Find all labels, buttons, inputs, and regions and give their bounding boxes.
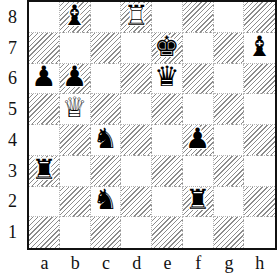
square-d4[interactable] — [121, 125, 152, 156]
black-pawn-icon: ♟ — [31, 64, 56, 92]
rank-label-2: 2 — [0, 187, 25, 218]
square-b4[interactable] — [60, 125, 91, 156]
square-a4[interactable] — [29, 125, 60, 156]
file-labels: abcdefgh — [29, 250, 275, 277]
black-queen-e6[interactable]: ♛♛ — [152, 64, 182, 94]
square-a8[interactable] — [29, 2, 60, 33]
square-c5[interactable] — [91, 94, 122, 125]
black-pawn-f4[interactable]: ♟♟ — [183, 125, 213, 155]
black-knight-icon: ♞ — [93, 125, 118, 153]
black-bishop-icon: ♝ — [247, 33, 272, 61]
square-b1[interactable] — [60, 217, 91, 248]
file-label-f: f — [183, 250, 214, 277]
black-rook-f2[interactable]: ♜♜ — [183, 187, 213, 217]
square-g1[interactable] — [214, 217, 245, 248]
square-f8[interactable] — [183, 2, 214, 33]
chess-board: ♝♝♜♖♚♚♝♝♟♟♟♟♛♛♛♕♞♞♟♟♜♜♞♞♜♜ — [27, 0, 277, 250]
file-label-b: b — [60, 250, 91, 277]
square-d3[interactable] — [121, 156, 152, 187]
board-squares: ♝♝♜♖♚♚♝♝♟♟♟♟♛♛♛♕♞♞♟♟♜♜♞♞♜♜ — [29, 2, 275, 248]
file-label-h: h — [244, 250, 275, 277]
square-c6[interactable] — [91, 64, 122, 95]
square-b6[interactable]: ♟♟ — [60, 64, 91, 95]
square-d2[interactable] — [121, 187, 152, 218]
square-g3[interactable] — [214, 156, 245, 187]
black-bishop-h7[interactable]: ♝♝ — [244, 33, 275, 63]
black-king-icon: ♚ — [154, 33, 179, 61]
square-e5[interactable] — [152, 94, 183, 125]
file-label-g: g — [214, 250, 245, 277]
white-queen-icon: ♕ — [62, 94, 87, 122]
square-a5[interactable] — [29, 94, 60, 125]
square-g7[interactable] — [214, 33, 245, 64]
white-rook-icon: ♖ — [124, 2, 149, 30]
square-f3[interactable] — [183, 156, 214, 187]
square-c1[interactable] — [91, 217, 122, 248]
square-f7[interactable] — [183, 33, 214, 64]
square-d7[interactable] — [121, 33, 152, 64]
square-d5[interactable] — [121, 94, 152, 125]
black-knight-c4[interactable]: ♞♞ — [91, 125, 121, 155]
square-c4[interactable]: ♞♞ — [91, 125, 122, 156]
square-a7[interactable] — [29, 33, 60, 64]
square-f1[interactable] — [183, 217, 214, 248]
square-h5[interactable] — [244, 94, 275, 125]
square-e3[interactable] — [152, 156, 183, 187]
rank-labels: 87654321 — [0, 2, 25, 248]
square-g2[interactable] — [214, 187, 245, 218]
square-h3[interactable] — [244, 156, 275, 187]
square-c7[interactable] — [91, 33, 122, 64]
file-label-e: e — [152, 250, 183, 277]
square-c2[interactable]: ♞♞ — [91, 187, 122, 218]
rank-label-6: 6 — [0, 64, 25, 95]
chess-diagram: 87654321 ♝♝♜♖♚♚♝♝♟♟♟♟♛♛♛♕♞♞♟♟♜♜♞♞♜♜ abcd… — [0, 0, 279, 279]
square-f5[interactable] — [183, 94, 214, 125]
square-f2[interactable]: ♜♜ — [183, 187, 214, 218]
square-e4[interactable] — [152, 125, 183, 156]
black-knight-c2[interactable]: ♞♞ — [91, 187, 121, 217]
square-a6[interactable]: ♟♟ — [29, 64, 60, 95]
square-a1[interactable] — [29, 217, 60, 248]
black-pawn-a6[interactable]: ♟♟ — [29, 64, 59, 94]
square-e2[interactable] — [152, 187, 183, 218]
square-c8[interactable] — [91, 2, 122, 33]
square-c3[interactable] — [91, 156, 122, 187]
square-g8[interactable] — [214, 2, 245, 33]
square-g5[interactable] — [214, 94, 245, 125]
square-e1[interactable] — [152, 217, 183, 248]
file-label-c: c — [91, 250, 122, 277]
black-pawn-b6[interactable]: ♟♟ — [60, 64, 90, 94]
square-e8[interactable] — [152, 2, 183, 33]
square-b8[interactable]: ♝♝ — [60, 2, 91, 33]
rank-label-7: 7 — [0, 33, 25, 64]
black-knight-icon: ♞ — [93, 187, 118, 215]
black-pawn-icon: ♟ — [62, 64, 87, 92]
file-label-a: a — [29, 250, 60, 277]
square-d1[interactable] — [121, 217, 152, 248]
square-h8[interactable] — [244, 2, 275, 33]
black-pawn-icon: ♟ — [185, 125, 210, 153]
square-d6[interactable] — [121, 64, 152, 95]
square-h1[interactable] — [244, 217, 275, 248]
square-g4[interactable] — [214, 125, 245, 156]
square-b3[interactable] — [60, 156, 91, 187]
rank-label-3: 3 — [0, 156, 25, 187]
white-queen-b5[interactable]: ♛♕ — [60, 94, 90, 124]
square-d8[interactable]: ♜♖ — [121, 2, 152, 33]
square-a2[interactable] — [29, 187, 60, 218]
square-a3[interactable]: ♜♜ — [29, 156, 60, 187]
square-b5[interactable]: ♛♕ — [60, 94, 91, 125]
black-rook-icon: ♜ — [185, 187, 210, 215]
square-b2[interactable] — [60, 187, 91, 218]
square-h2[interactable] — [244, 187, 275, 218]
square-f6[interactable] — [183, 64, 214, 95]
black-rook-a3[interactable]: ♜♜ — [29, 156, 59, 186]
square-b7[interactable] — [60, 33, 91, 64]
white-rook-d8[interactable]: ♜♖ — [121, 2, 151, 32]
black-rook-icon: ♜ — [31, 156, 56, 184]
rank-label-1: 1 — [0, 217, 25, 248]
rank-label-8: 8 — [0, 2, 25, 33]
square-e7[interactable]: ♚♚ — [152, 33, 183, 64]
black-king-e7[interactable]: ♚♚ — [152, 33, 182, 63]
square-h6[interactable] — [244, 64, 275, 95]
black-bishop-b8[interactable]: ♝♝ — [60, 2, 90, 32]
black-bishop-icon: ♝ — [62, 2, 87, 30]
square-f4[interactable]: ♟♟ — [183, 125, 214, 156]
rank-label-4: 4 — [0, 125, 25, 156]
square-e6[interactable]: ♛♛ — [152, 64, 183, 95]
square-h7[interactable]: ♝♝ — [244, 33, 275, 64]
black-queen-icon: ♛ — [154, 64, 179, 92]
rank-label-5: 5 — [0, 94, 25, 125]
square-h4[interactable] — [244, 125, 275, 156]
file-label-d: d — [121, 250, 152, 277]
square-g6[interactable] — [214, 64, 245, 95]
